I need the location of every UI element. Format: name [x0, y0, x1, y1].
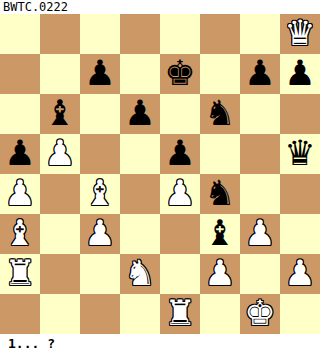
square-g5[interactable] [240, 134, 280, 174]
square-g2[interactable] [240, 254, 280, 294]
square-h5[interactable]: ♛ [280, 134, 320, 174]
square-b1[interactable] [40, 294, 80, 334]
square-b3[interactable] [40, 214, 80, 254]
piece-white-rook: ♜ [4, 254, 35, 293]
piece-white-king: ♚ [244, 294, 275, 333]
square-a1[interactable] [0, 294, 40, 334]
square-f5[interactable] [200, 134, 240, 174]
square-d7[interactable] [120, 54, 160, 94]
piece-white-bishop: ♝ [84, 174, 115, 213]
square-h1[interactable] [280, 294, 320, 334]
square-d6[interactable]: ♟ [120, 94, 160, 134]
piece-black-pawn: ♟ [84, 54, 115, 93]
square-c6[interactable] [80, 94, 120, 134]
square-g4[interactable] [240, 174, 280, 214]
square-f1[interactable] [200, 294, 240, 334]
square-d2[interactable]: ♞ [120, 254, 160, 294]
square-h4[interactable] [280, 174, 320, 214]
square-b4[interactable] [40, 174, 80, 214]
piece-white-pawn: ♟ [284, 254, 315, 293]
piece-black-pawn: ♟ [284, 54, 315, 93]
square-h8[interactable]: ♛ [280, 14, 320, 54]
square-c7[interactable]: ♟ [80, 54, 120, 94]
square-a2[interactable]: ♜ [0, 254, 40, 294]
chess-diagram: BWTC.0222 ♛♟♚♟♟♝♟♞♟♟♟♛♟♝♟♞♝♟♝♟♜♞♟♟♜♚ 1..… [0, 0, 320, 360]
square-c2[interactable] [80, 254, 120, 294]
piece-black-knight: ♞ [204, 174, 235, 213]
square-b5[interactable]: ♟ [40, 134, 80, 174]
square-h3[interactable] [280, 214, 320, 254]
piece-black-bishop: ♝ [44, 94, 75, 133]
piece-white-bishop: ♝ [4, 214, 35, 253]
square-e5[interactable]: ♟ [160, 134, 200, 174]
square-a6[interactable] [0, 94, 40, 134]
piece-black-pawn: ♟ [4, 134, 35, 173]
page-title: BWTC.0222 [0, 0, 320, 14]
square-g6[interactable] [240, 94, 280, 134]
square-f2[interactable]: ♟ [200, 254, 240, 294]
move-prompt: 1... ? [0, 334, 320, 360]
square-f3[interactable]: ♝ [200, 214, 240, 254]
square-d5[interactable] [120, 134, 160, 174]
piece-white-pawn: ♟ [204, 254, 235, 293]
piece-white-knight: ♞ [124, 254, 155, 293]
piece-black-king: ♚ [164, 54, 195, 93]
square-e1[interactable]: ♜ [160, 294, 200, 334]
square-e6[interactable] [160, 94, 200, 134]
square-e3[interactable] [160, 214, 200, 254]
piece-black-pawn: ♟ [244, 54, 275, 93]
square-b8[interactable] [40, 14, 80, 54]
piece-black-pawn: ♟ [164, 134, 195, 173]
square-f8[interactable] [200, 14, 240, 54]
square-h2[interactable]: ♟ [280, 254, 320, 294]
chess-board[interactable]: ♛♟♚♟♟♝♟♞♟♟♟♛♟♝♟♞♝♟♝♟♜♞♟♟♜♚ [0, 14, 320, 334]
square-a4[interactable]: ♟ [0, 174, 40, 214]
square-a8[interactable] [0, 14, 40, 54]
piece-white-pawn: ♟ [84, 214, 115, 253]
piece-white-pawn: ♟ [244, 214, 275, 253]
square-g8[interactable] [240, 14, 280, 54]
piece-white-rook: ♜ [164, 294, 195, 333]
square-c1[interactable] [80, 294, 120, 334]
piece-black-knight: ♞ [204, 94, 235, 133]
square-c3[interactable]: ♟ [80, 214, 120, 254]
square-e2[interactable] [160, 254, 200, 294]
square-f4[interactable]: ♞ [200, 174, 240, 214]
square-b7[interactable] [40, 54, 80, 94]
square-a5[interactable]: ♟ [0, 134, 40, 174]
square-c4[interactable]: ♝ [80, 174, 120, 214]
square-e4[interactable]: ♟ [160, 174, 200, 214]
piece-black-queen: ♛ [284, 134, 315, 173]
square-b6[interactable]: ♝ [40, 94, 80, 134]
piece-black-bishop: ♝ [204, 214, 235, 253]
square-g1[interactable]: ♚ [240, 294, 280, 334]
piece-black-pawn: ♟ [124, 94, 155, 133]
square-b2[interactable] [40, 254, 80, 294]
square-h6[interactable] [280, 94, 320, 134]
square-g7[interactable]: ♟ [240, 54, 280, 94]
square-c8[interactable] [80, 14, 120, 54]
piece-white-pawn: ♟ [164, 174, 195, 213]
square-a7[interactable] [0, 54, 40, 94]
piece-white-pawn: ♟ [44, 134, 75, 173]
square-d1[interactable] [120, 294, 160, 334]
square-f7[interactable] [200, 54, 240, 94]
piece-white-queen: ♛ [284, 14, 315, 53]
square-e7[interactable]: ♚ [160, 54, 200, 94]
square-d3[interactable] [120, 214, 160, 254]
square-f6[interactable]: ♞ [200, 94, 240, 134]
square-d4[interactable] [120, 174, 160, 214]
square-h7[interactable]: ♟ [280, 54, 320, 94]
square-g3[interactable]: ♟ [240, 214, 280, 254]
square-a3[interactable]: ♝ [0, 214, 40, 254]
square-d8[interactable] [120, 14, 160, 54]
piece-white-pawn: ♟ [4, 174, 35, 213]
square-c5[interactable] [80, 134, 120, 174]
square-e8[interactable] [160, 14, 200, 54]
